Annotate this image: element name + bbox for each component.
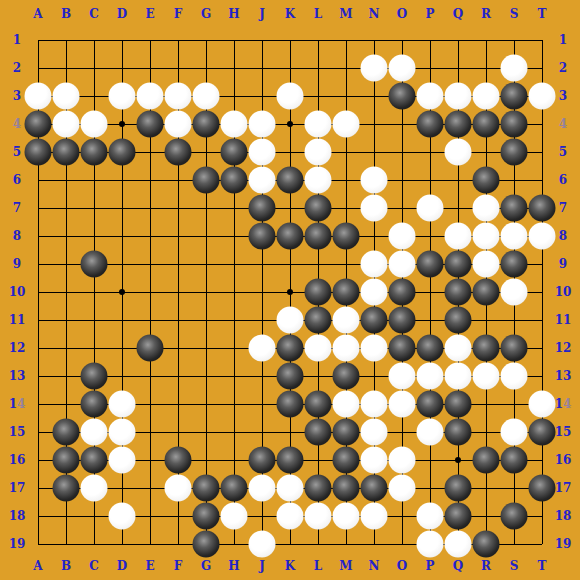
- white-stone-O9[interactable]: [389, 251, 416, 278]
- white-stone-S13[interactable]: [501, 363, 528, 390]
- black-stone-B17[interactable]: [53, 475, 80, 502]
- col-label-top-G: G: [201, 8, 211, 20]
- black-stone-K13[interactable]: [277, 363, 304, 390]
- col-label-top-K: K: [285, 8, 295, 20]
- row-label-left-1: 1: [13, 34, 21, 46]
- black-stone-L14[interactable]: [305, 391, 332, 418]
- white-stone-M14[interactable]: [333, 391, 360, 418]
- white-stone-C4[interactable]: [81, 111, 108, 138]
- black-stone-J16[interactable]: [249, 447, 276, 474]
- white-stone-Q12[interactable]: [445, 335, 472, 362]
- row-label-left-5: 5: [13, 146, 21, 158]
- white-stone-O13[interactable]: [389, 363, 416, 390]
- black-stone-S12[interactable]: [501, 335, 528, 362]
- col-label-top-C: C: [89, 8, 99, 20]
- white-stone-N14[interactable]: [361, 391, 388, 418]
- black-stone-O3[interactable]: [389, 83, 416, 110]
- black-stone-O11[interactable]: [389, 307, 416, 334]
- white-stone-N7[interactable]: [361, 195, 388, 222]
- black-stone-K8[interactable]: [277, 223, 304, 250]
- black-stone-G19[interactable]: [193, 531, 220, 558]
- col-label-top-Q: Q: [453, 8, 463, 20]
- black-stone-P4[interactable]: [417, 111, 444, 138]
- white-stone-J12[interactable]: [249, 335, 276, 362]
- black-stone-M8[interactable]: [333, 223, 360, 250]
- col-label-bottom-O: O: [397, 560, 407, 572]
- white-stone-P3[interactable]: [417, 83, 444, 110]
- row-label-right-6: 6: [559, 174, 567, 186]
- white-stone-M12[interactable]: [333, 335, 360, 362]
- white-stone-Q8[interactable]: [445, 223, 472, 250]
- white-stone-K18[interactable]: [277, 503, 304, 530]
- white-stone-O8[interactable]: [389, 223, 416, 250]
- black-stone-H17[interactable]: [221, 475, 248, 502]
- white-stone-H4[interactable]: [221, 111, 248, 138]
- black-stone-L15[interactable]: [305, 419, 332, 446]
- white-stone-H18[interactable]: [221, 503, 248, 530]
- col-label-top-H: H: [228, 8, 239, 20]
- white-stone-N9[interactable]: [361, 251, 388, 278]
- col-label-top-S: S: [510, 8, 519, 20]
- col-label-bottom-M: M: [339, 560, 352, 572]
- white-stone-O14[interactable]: [389, 391, 416, 418]
- black-stone-G6[interactable]: [193, 167, 220, 194]
- white-stone-M11[interactable]: [333, 307, 360, 334]
- col-label-bottom-N: N: [369, 560, 380, 572]
- col-label-bottom-Q: Q: [453, 560, 463, 572]
- col-label-top-D: D: [117, 8, 127, 20]
- white-stone-O17[interactable]: [389, 475, 416, 502]
- black-stone-P14[interactable]: [417, 391, 444, 418]
- black-stone-O10[interactable]: [389, 279, 416, 306]
- row-label-right-4: 4: [559, 118, 567, 130]
- black-stone-B5[interactable]: [53, 139, 80, 166]
- white-stone-D18[interactable]: [109, 503, 136, 530]
- black-stone-Q18[interactable]: [445, 503, 472, 530]
- black-stone-C9[interactable]: [81, 251, 108, 278]
- white-stone-F17[interactable]: [165, 475, 192, 502]
- white-stone-L5[interactable]: [305, 139, 332, 166]
- black-stone-M17[interactable]: [333, 475, 360, 502]
- col-label-bottom-D: D: [117, 560, 127, 572]
- row-label-right-15: 15: [555, 426, 572, 438]
- row-label-right-10: 10: [555, 286, 572, 298]
- white-stone-N16[interactable]: [361, 447, 388, 474]
- black-stone-M10[interactable]: [333, 279, 360, 306]
- col-label-top-P: P: [425, 8, 434, 20]
- row-label-right-11: 11: [555, 314, 572, 326]
- row-label-right-3: 3: [559, 90, 567, 102]
- black-stone-E12[interactable]: [137, 335, 164, 362]
- white-stone-L18[interactable]: [305, 503, 332, 530]
- white-stone-P19[interactable]: [417, 531, 444, 558]
- black-stone-H5[interactable]: [221, 139, 248, 166]
- white-stone-Q3[interactable]: [445, 83, 472, 110]
- black-stone-Q14[interactable]: [445, 391, 472, 418]
- white-stone-N2[interactable]: [361, 55, 388, 82]
- black-stone-C5[interactable]: [81, 139, 108, 166]
- black-stone-K12[interactable]: [277, 335, 304, 362]
- white-stone-T8[interactable]: [529, 223, 556, 250]
- row-label-right-9: 9: [559, 258, 567, 270]
- black-stone-S18[interactable]: [501, 503, 528, 530]
- row-label-left-6: 6: [13, 174, 21, 186]
- black-stone-K6[interactable]: [277, 167, 304, 194]
- col-label-bottom-C: C: [89, 560, 99, 572]
- white-stone-S15[interactable]: [501, 419, 528, 446]
- col-label-bottom-H: H: [228, 560, 239, 572]
- star-point-D10: [119, 289, 125, 295]
- col-label-bottom-B: B: [61, 560, 71, 572]
- row-label-left-7: 7: [13, 202, 21, 214]
- white-stone-N10[interactable]: [361, 279, 388, 306]
- black-stone-R19[interactable]: [473, 531, 500, 558]
- white-stone-J6[interactable]: [249, 167, 276, 194]
- black-stone-F16[interactable]: [165, 447, 192, 474]
- col-label-bottom-P: P: [425, 560, 434, 572]
- white-stone-J4[interactable]: [249, 111, 276, 138]
- col-label-top-T: T: [538, 8, 547, 20]
- white-stone-K17[interactable]: [277, 475, 304, 502]
- white-stone-S10[interactable]: [501, 279, 528, 306]
- white-stone-K3[interactable]: [277, 83, 304, 110]
- black-stone-P9[interactable]: [417, 251, 444, 278]
- row-label-left-18: 18: [9, 510, 26, 522]
- black-stone-E4[interactable]: [137, 111, 164, 138]
- white-stone-M4[interactable]: [333, 111, 360, 138]
- star-point-D4: [119, 121, 125, 127]
- white-stone-C17[interactable]: [81, 475, 108, 502]
- black-stone-Q11[interactable]: [445, 307, 472, 334]
- row-label-right-12: 12: [555, 342, 572, 354]
- row-label-left-14: 14: [9, 398, 26, 410]
- white-stone-R8[interactable]: [473, 223, 500, 250]
- black-stone-K16[interactable]: [277, 447, 304, 474]
- white-stone-K11[interactable]: [277, 307, 304, 334]
- black-stone-M13[interactable]: [333, 363, 360, 390]
- white-stone-R9[interactable]: [473, 251, 500, 278]
- white-stone-P15[interactable]: [417, 419, 444, 446]
- white-stone-Q19[interactable]: [445, 531, 472, 558]
- white-stone-A3[interactable]: [25, 83, 52, 110]
- white-stone-F3[interactable]: [165, 83, 192, 110]
- col-label-top-M: M: [339, 8, 352, 20]
- black-stone-S16[interactable]: [501, 447, 528, 474]
- white-stone-J17[interactable]: [249, 475, 276, 502]
- black-stone-R6[interactable]: [473, 167, 500, 194]
- black-stone-S7[interactable]: [501, 195, 528, 222]
- go-board[interactable]: AABBCCDDEEFFGGHHJJKKLLMMNNOOPPQQRRSSTT11…: [0, 0, 580, 580]
- row-label-right-16: 16: [555, 454, 572, 466]
- white-stone-Q5[interactable]: [445, 139, 472, 166]
- row-label-right-7: 7: [559, 202, 567, 214]
- col-label-bottom-L: L: [314, 560, 322, 572]
- white-stone-D16[interactable]: [109, 447, 136, 474]
- black-stone-D5[interactable]: [109, 139, 136, 166]
- col-label-top-J: J: [259, 8, 265, 20]
- black-stone-J7[interactable]: [249, 195, 276, 222]
- black-stone-C13[interactable]: [81, 363, 108, 390]
- black-stone-S3[interactable]: [501, 83, 528, 110]
- black-stone-S9[interactable]: [501, 251, 528, 278]
- black-stone-H6[interactable]: [221, 167, 248, 194]
- black-stone-C14[interactable]: [81, 391, 108, 418]
- black-stone-O12[interactable]: [389, 335, 416, 362]
- row-label-left-2: 2: [13, 62, 21, 74]
- row-label-left-11: 11: [9, 314, 26, 326]
- col-label-top-A: A: [33, 8, 42, 20]
- black-stone-G17[interactable]: [193, 475, 220, 502]
- black-stone-C16[interactable]: [81, 447, 108, 474]
- white-stone-N6[interactable]: [361, 167, 388, 194]
- white-stone-S2[interactable]: [501, 55, 528, 82]
- black-stone-G18[interactable]: [193, 503, 220, 530]
- row-label-left-8: 8: [13, 230, 21, 242]
- white-stone-J19[interactable]: [249, 531, 276, 558]
- row-label-right-18: 18: [555, 510, 572, 522]
- white-stone-N12[interactable]: [361, 335, 388, 362]
- black-stone-Q10[interactable]: [445, 279, 472, 306]
- black-stone-Q15[interactable]: [445, 419, 472, 446]
- col-label-top-E: E: [145, 8, 154, 20]
- black-stone-A5[interactable]: [25, 139, 52, 166]
- black-stone-S4[interactable]: [501, 111, 528, 138]
- row-label-right-2: 2: [559, 62, 567, 74]
- row-label-left-16: 16: [9, 454, 26, 466]
- col-label-bottom-G: G: [201, 560, 211, 572]
- black-stone-R12[interactable]: [473, 335, 500, 362]
- row-label-right-17: 17: [555, 482, 572, 494]
- row-label-right-8: 8: [559, 230, 567, 242]
- col-label-top-O: O: [397, 8, 407, 20]
- white-stone-L6[interactable]: [305, 167, 332, 194]
- white-stone-L4[interactable]: [305, 111, 332, 138]
- row-label-left-15: 15: [9, 426, 26, 438]
- white-stone-R13[interactable]: [473, 363, 500, 390]
- col-label-bottom-F: F: [174, 560, 183, 572]
- white-stone-O16[interactable]: [389, 447, 416, 474]
- white-stone-O2[interactable]: [389, 55, 416, 82]
- row-label-left-3: 3: [13, 90, 21, 102]
- black-stone-T7[interactable]: [529, 195, 556, 222]
- white-stone-F4[interactable]: [165, 111, 192, 138]
- black-stone-R4[interactable]: [473, 111, 500, 138]
- row-label-left-10: 10: [9, 286, 26, 298]
- black-stone-M16[interactable]: [333, 447, 360, 474]
- white-stone-N18[interactable]: [361, 503, 388, 530]
- col-label-top-B: B: [61, 8, 71, 20]
- black-stone-P12[interactable]: [417, 335, 444, 362]
- row-label-right-1: 1: [559, 34, 567, 46]
- col-label-bottom-A: A: [33, 560, 42, 572]
- white-stone-N15[interactable]: [361, 419, 388, 446]
- row-label-right-14: 14: [555, 398, 572, 410]
- black-stone-A4[interactable]: [25, 111, 52, 138]
- white-stone-S8[interactable]: [501, 223, 528, 250]
- white-stone-E3[interactable]: [137, 83, 164, 110]
- col-label-bottom-E: E: [145, 560, 154, 572]
- black-stone-S5[interactable]: [501, 139, 528, 166]
- white-stone-Q13[interactable]: [445, 363, 472, 390]
- white-stone-P18[interactable]: [417, 503, 444, 530]
- black-stone-G4[interactable]: [193, 111, 220, 138]
- black-stone-L8[interactable]: [305, 223, 332, 250]
- white-stone-P13[interactable]: [417, 363, 444, 390]
- col-label-top-R: R: [481, 8, 491, 20]
- col-label-bottom-T: T: [538, 560, 547, 572]
- black-stone-R10[interactable]: [473, 279, 500, 306]
- black-stone-N11[interactable]: [361, 307, 388, 334]
- black-stone-L11[interactable]: [305, 307, 332, 334]
- black-stone-N17[interactable]: [361, 475, 388, 502]
- black-stone-R16[interactable]: [473, 447, 500, 474]
- col-label-bottom-K: K: [285, 560, 295, 572]
- black-stone-Q17[interactable]: [445, 475, 472, 502]
- row-label-left-9: 9: [13, 258, 21, 270]
- black-stone-B15[interactable]: [53, 419, 80, 446]
- star-point-K4: [287, 121, 293, 127]
- col-label-top-L: L: [314, 8, 322, 20]
- white-stone-L12[interactable]: [305, 335, 332, 362]
- white-stone-D15[interactable]: [109, 419, 136, 446]
- white-stone-D3[interactable]: [109, 83, 136, 110]
- white-stone-C15[interactable]: [81, 419, 108, 446]
- white-stone-R7[interactable]: [473, 195, 500, 222]
- black-stone-F5[interactable]: [165, 139, 192, 166]
- row-label-left-4: 4: [13, 118, 21, 130]
- white-stone-B3[interactable]: [53, 83, 80, 110]
- black-stone-L10[interactable]: [305, 279, 332, 306]
- row-label-left-17: 17: [9, 482, 26, 494]
- black-stone-K14[interactable]: [277, 391, 304, 418]
- white-stone-P7[interactable]: [417, 195, 444, 222]
- white-stone-D14[interactable]: [109, 391, 136, 418]
- white-stone-T14[interactable]: [529, 391, 556, 418]
- white-stone-T3[interactable]: [529, 83, 556, 110]
- white-stone-B4[interactable]: [53, 111, 80, 138]
- col-label-bottom-J: J: [259, 560, 265, 572]
- row-label-left-19: 19: [9, 538, 26, 550]
- black-stone-L17[interactable]: [305, 475, 332, 502]
- black-stone-Q4[interactable]: [445, 111, 472, 138]
- col-label-top-N: N: [369, 8, 380, 20]
- star-point-Q16: [455, 457, 461, 463]
- white-stone-M18[interactable]: [333, 503, 360, 530]
- col-label-top-F: F: [174, 8, 183, 20]
- star-point-K10: [287, 289, 293, 295]
- col-label-bottom-R: R: [481, 560, 491, 572]
- white-stone-G3[interactable]: [193, 83, 220, 110]
- row-label-right-13: 13: [555, 370, 572, 382]
- row-label-left-12: 12: [9, 342, 26, 354]
- black-stone-J8[interactable]: [249, 223, 276, 250]
- black-stone-B16[interactable]: [53, 447, 80, 474]
- col-label-bottom-S: S: [510, 560, 519, 572]
- black-stone-Q9[interactable]: [445, 251, 472, 278]
- black-stone-T17[interactable]: [529, 475, 556, 502]
- row-label-right-5: 5: [559, 146, 567, 158]
- black-stone-T15[interactable]: [529, 419, 556, 446]
- black-stone-L7[interactable]: [305, 195, 332, 222]
- row-label-left-13: 13: [9, 370, 26, 382]
- white-stone-J5[interactable]: [249, 139, 276, 166]
- row-label-right-19: 19: [555, 538, 572, 550]
- white-stone-R3[interactable]: [473, 83, 500, 110]
- black-stone-M15[interactable]: [333, 419, 360, 446]
